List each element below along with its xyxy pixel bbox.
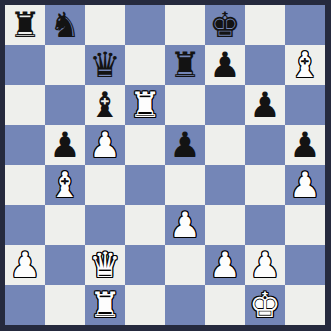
square-a6[interactable] <box>5 85 45 125</box>
piece-white-pawn[interactable]: ♟ <box>5 245 45 285</box>
piece-white-king[interactable]: ♚ <box>245 285 285 325</box>
square-d1[interactable] <box>125 285 165 325</box>
square-f8[interactable]: ♚ <box>205 5 245 45</box>
square-b2[interactable] <box>45 245 85 285</box>
square-f2[interactable]: ♟ <box>205 245 245 285</box>
square-d7[interactable] <box>125 45 165 85</box>
piece-black-pawn[interactable]: ♟ <box>45 125 85 165</box>
square-e6[interactable] <box>165 85 205 125</box>
square-f4[interactable] <box>205 165 245 205</box>
square-d5[interactable] <box>125 125 165 165</box>
piece-white-pawn[interactable]: ♟ <box>285 165 325 205</box>
piece-black-rook[interactable]: ♜ <box>165 45 205 85</box>
square-a7[interactable] <box>5 45 45 85</box>
square-b5[interactable]: ♟ <box>45 125 85 165</box>
square-f3[interactable] <box>205 205 245 245</box>
square-e3[interactable]: ♟ <box>165 205 205 245</box>
piece-white-rook[interactable]: ♜ <box>125 85 165 125</box>
piece-black-pawn[interactable]: ♟ <box>285 125 325 165</box>
square-e2[interactable] <box>165 245 205 285</box>
piece-black-king[interactable]: ♚ <box>205 5 245 45</box>
piece-white-pawn[interactable]: ♟ <box>165 205 205 245</box>
square-b1[interactable] <box>45 285 85 325</box>
piece-white-pawn[interactable]: ♟ <box>205 245 245 285</box>
square-f5[interactable] <box>205 125 245 165</box>
square-g6[interactable]: ♟ <box>245 85 285 125</box>
square-g7[interactable] <box>245 45 285 85</box>
piece-white-pawn[interactable]: ♟ <box>85 125 125 165</box>
square-b7[interactable] <box>45 45 85 85</box>
square-h1[interactable] <box>285 285 325 325</box>
square-e7[interactable]: ♜ <box>165 45 205 85</box>
piece-black-pawn[interactable]: ♟ <box>205 45 245 85</box>
square-a5[interactable] <box>5 125 45 165</box>
square-d3[interactable] <box>125 205 165 245</box>
square-g8[interactable] <box>245 5 285 45</box>
square-c6[interactable]: ♝ <box>85 85 125 125</box>
square-h6[interactable] <box>285 85 325 125</box>
square-c2[interactable]: ♛ <box>85 245 125 285</box>
piece-white-rook[interactable]: ♜ <box>85 285 125 325</box>
piece-black-pawn[interactable]: ♟ <box>245 85 285 125</box>
square-h7[interactable]: ♝ <box>285 45 325 85</box>
square-f1[interactable] <box>205 285 245 325</box>
square-c5[interactable]: ♟ <box>85 125 125 165</box>
square-b4[interactable]: ♝ <box>45 165 85 205</box>
square-b3[interactable] <box>45 205 85 245</box>
square-h8[interactable] <box>285 5 325 45</box>
piece-black-knight[interactable]: ♞ <box>45 5 85 45</box>
square-a8[interactable]: ♜ <box>5 5 45 45</box>
square-g4[interactable] <box>245 165 285 205</box>
square-e4[interactable] <box>165 165 205 205</box>
square-f6[interactable] <box>205 85 245 125</box>
square-a2[interactable]: ♟ <box>5 245 45 285</box>
piece-white-pawn[interactable]: ♟ <box>245 245 285 285</box>
piece-black-rook[interactable]: ♜ <box>5 5 45 45</box>
square-c7[interactable]: ♛ <box>85 45 125 85</box>
piece-black-pawn[interactable]: ♟ <box>165 125 205 165</box>
square-d4[interactable] <box>125 165 165 205</box>
square-d6[interactable]: ♜ <box>125 85 165 125</box>
square-a3[interactable] <box>5 205 45 245</box>
square-h2[interactable] <box>285 245 325 285</box>
square-c3[interactable] <box>85 205 125 245</box>
piece-black-bishop[interactable]: ♝ <box>85 85 125 125</box>
square-h4[interactable]: ♟ <box>285 165 325 205</box>
square-b6[interactable] <box>45 85 85 125</box>
square-e5[interactable]: ♟ <box>165 125 205 165</box>
square-c4[interactable] <box>85 165 125 205</box>
square-d2[interactable] <box>125 245 165 285</box>
square-b8[interactable]: ♞ <box>45 5 85 45</box>
square-f7[interactable]: ♟ <box>205 45 245 85</box>
square-g5[interactable] <box>245 125 285 165</box>
piece-black-queen[interactable]: ♛ <box>85 45 125 85</box>
square-h5[interactable]: ♟ <box>285 125 325 165</box>
square-d8[interactable] <box>125 5 165 45</box>
piece-white-bishop[interactable]: ♝ <box>45 165 85 205</box>
square-g3[interactable] <box>245 205 285 245</box>
square-a1[interactable] <box>5 285 45 325</box>
square-e8[interactable] <box>165 5 205 45</box>
square-h3[interactable] <box>285 205 325 245</box>
chess-board-frame: ♜♞♚♛♜♟♝♝♜♟♟♟♟♟♝♟♟♟♛♟♟♜♚ <box>0 0 331 331</box>
square-g1[interactable]: ♚ <box>245 285 285 325</box>
square-c1[interactable]: ♜ <box>85 285 125 325</box>
piece-white-queen[interactable]: ♛ <box>85 245 125 285</box>
square-e1[interactable] <box>165 285 205 325</box>
square-a4[interactable] <box>5 165 45 205</box>
square-g2[interactable]: ♟ <box>245 245 285 285</box>
piece-white-bishop[interactable]: ♝ <box>285 45 325 85</box>
chess-board[interactable]: ♜♞♚♛♜♟♝♝♜♟♟♟♟♟♝♟♟♟♛♟♟♜♚ <box>5 5 325 325</box>
square-c8[interactable] <box>85 5 125 45</box>
